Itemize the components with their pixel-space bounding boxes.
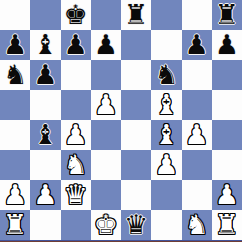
square-a6[interactable]: ♞ (0, 60, 30, 90)
piece-black-pawn[interactable]: ♟ (64, 30, 88, 60)
piece-black-pawn[interactable]: ♟ (94, 30, 118, 60)
piece-white-pawn[interactable]: ♟ (215, 180, 239, 210)
piece-white-pawn[interactable]: ♟ (94, 90, 118, 120)
piece-white-bishop[interactable]: ♝ (154, 90, 178, 120)
square-f3[interactable]: ♟ (151, 150, 181, 180)
square-f5[interactable]: ♝ (151, 90, 181, 120)
square-f4[interactable]: ♝ (151, 120, 181, 150)
square-f8[interactable] (151, 0, 181, 30)
square-d8[interactable] (91, 0, 121, 30)
square-g6[interactable] (182, 60, 212, 90)
piece-black-pawn[interactable]: ♟ (215, 30, 239, 60)
square-e7[interactable] (121, 30, 151, 60)
square-b8[interactable] (30, 0, 60, 30)
square-g7[interactable]: ♟ (182, 30, 212, 60)
square-g1[interactable]: ♞ (182, 210, 212, 240)
piece-white-rook[interactable]: ♜ (215, 210, 239, 240)
square-a3[interactable] (0, 150, 30, 180)
square-f1[interactable] (151, 210, 181, 240)
piece-black-pawn[interactable]: ♟ (3, 30, 27, 60)
square-h1[interactable]: ♜ (212, 210, 242, 240)
piece-white-king[interactable]: ♚ (94, 210, 118, 240)
square-h3[interactable] (212, 150, 242, 180)
piece-black-king[interactable]: ♚ (64, 0, 88, 30)
square-e3[interactable] (121, 150, 151, 180)
square-c5[interactable] (61, 90, 91, 120)
piece-black-knight[interactable]: ♞ (3, 60, 27, 90)
square-c3[interactable]: ♞ (61, 150, 91, 180)
square-g3[interactable] (182, 150, 212, 180)
square-e5[interactable] (121, 90, 151, 120)
chess-board-widget: ♚♜♜♟♝♟♟♟♟♞♟♞♟♝♝♟♝♟♞♟♟♟♛♟♜♚♛♞♜ (0, 0, 242, 242)
square-a2[interactable]: ♟ (0, 180, 30, 210)
square-e8[interactable]: ♜ (121, 0, 151, 30)
square-a1[interactable]: ♜ (0, 210, 30, 240)
piece-white-pawn[interactable]: ♟ (64, 120, 88, 150)
square-d2[interactable] (91, 180, 121, 210)
piece-white-knight[interactable]: ♞ (185, 210, 209, 240)
piece-white-pawn[interactable]: ♟ (154, 150, 178, 180)
square-b3[interactable] (30, 150, 60, 180)
piece-white-queen[interactable]: ♛ (64, 180, 88, 210)
square-a7[interactable]: ♟ (0, 30, 30, 60)
square-h4[interactable] (212, 120, 242, 150)
square-h6[interactable] (212, 60, 242, 90)
square-d4[interactable] (91, 120, 121, 150)
square-d1[interactable]: ♚ (91, 210, 121, 240)
piece-black-queen[interactable]: ♛ (124, 210, 148, 240)
square-e4[interactable] (121, 120, 151, 150)
square-g5[interactable] (182, 90, 212, 120)
piece-black-bishop[interactable]: ♝ (33, 30, 57, 60)
square-f6[interactable]: ♞ (151, 60, 181, 90)
square-d3[interactable] (91, 150, 121, 180)
square-b7[interactable]: ♝ (30, 30, 60, 60)
piece-black-rook[interactable]: ♜ (215, 0, 239, 30)
piece-white-rook[interactable]: ♜ (3, 210, 27, 240)
piece-white-pawn[interactable]: ♟ (3, 180, 27, 210)
square-d5[interactable]: ♟ (91, 90, 121, 120)
square-a5[interactable] (0, 90, 30, 120)
piece-black-rook[interactable]: ♜ (124, 0, 148, 30)
square-d7[interactable]: ♟ (91, 30, 121, 60)
square-a8[interactable] (0, 0, 30, 30)
chess-board[interactable]: ♚♜♜♟♝♟♟♟♟♞♟♞♟♝♝♟♝♟♞♟♟♟♛♟♜♚♛♞♜ (0, 0, 242, 240)
piece-white-pawn[interactable]: ♟ (185, 120, 209, 150)
piece-black-pawn[interactable]: ♟ (185, 30, 209, 60)
piece-white-pawn[interactable]: ♟ (33, 180, 57, 210)
piece-white-knight[interactable]: ♞ (64, 150, 88, 180)
square-h2[interactable]: ♟ (212, 180, 242, 210)
square-c6[interactable] (61, 60, 91, 90)
square-f7[interactable] (151, 30, 181, 60)
square-e6[interactable] (121, 60, 151, 90)
square-c8[interactable]: ♚ (61, 0, 91, 30)
square-e2[interactable] (121, 180, 151, 210)
square-g4[interactable]: ♟ (182, 120, 212, 150)
piece-white-bishop[interactable]: ♝ (154, 120, 178, 150)
square-h5[interactable] (212, 90, 242, 120)
square-f2[interactable] (151, 180, 181, 210)
square-h8[interactable]: ♜ (212, 0, 242, 30)
piece-black-pawn[interactable]: ♟ (33, 60, 57, 90)
piece-black-knight[interactable]: ♞ (154, 60, 178, 90)
square-c4[interactable]: ♟ (61, 120, 91, 150)
square-g2[interactable] (182, 180, 212, 210)
square-a4[interactable] (0, 120, 30, 150)
square-c1[interactable] (61, 210, 91, 240)
square-b1[interactable] (30, 210, 60, 240)
square-c2[interactable]: ♛ (61, 180, 91, 210)
piece-black-bishop[interactable]: ♝ (33, 120, 57, 150)
square-e1[interactable]: ♛ (121, 210, 151, 240)
square-b2[interactable]: ♟ (30, 180, 60, 210)
square-g8[interactable] (182, 0, 212, 30)
square-c7[interactable]: ♟ (61, 30, 91, 60)
square-b4[interactable]: ♝ (30, 120, 60, 150)
square-h7[interactable]: ♟ (212, 30, 242, 60)
square-b6[interactable]: ♟ (30, 60, 60, 90)
square-d6[interactable] (91, 60, 121, 90)
square-b5[interactable] (30, 90, 60, 120)
